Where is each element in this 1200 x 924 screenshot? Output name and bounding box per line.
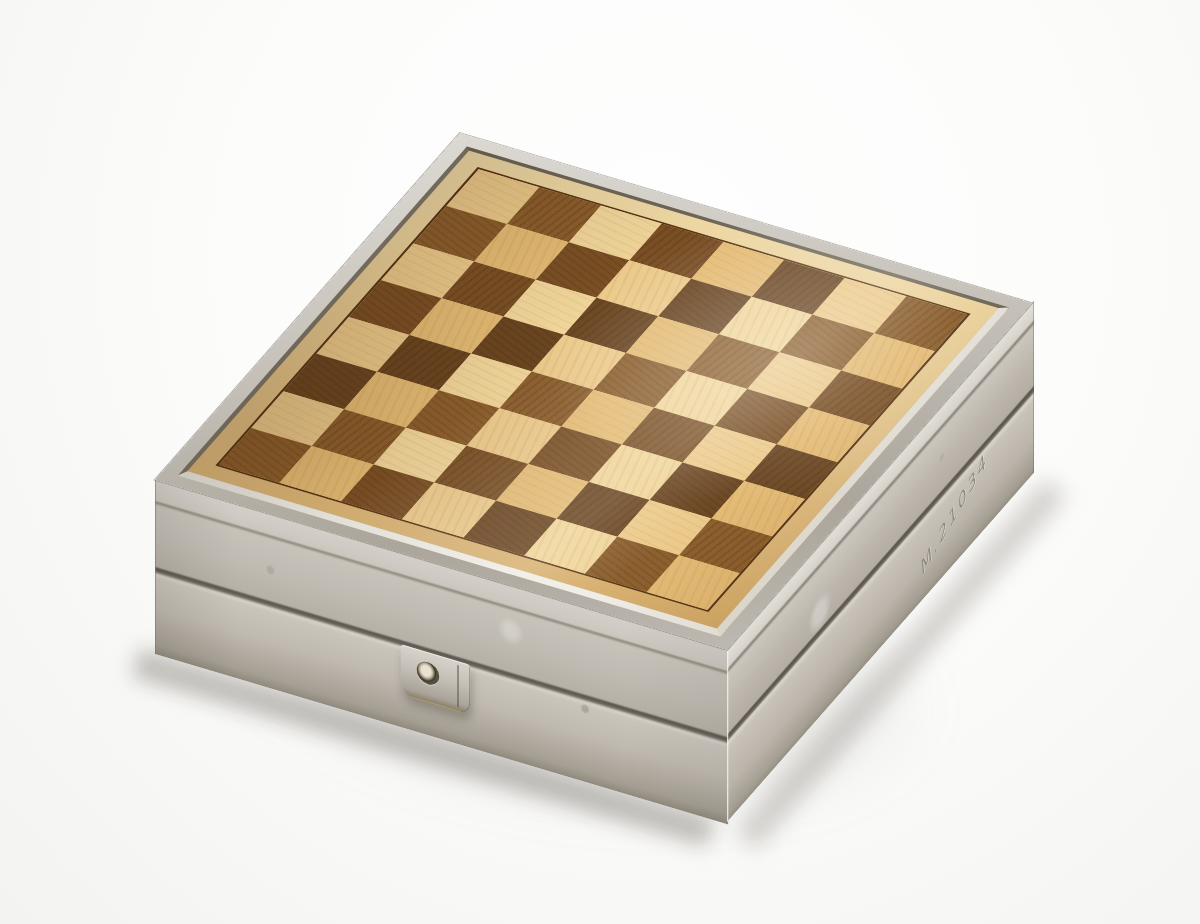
latch-fold-line	[457, 665, 459, 708]
clasp-latch	[401, 644, 470, 715]
latch-rivet	[417, 659, 440, 688]
photo-stage: M.21034	[0, 0, 1200, 924]
